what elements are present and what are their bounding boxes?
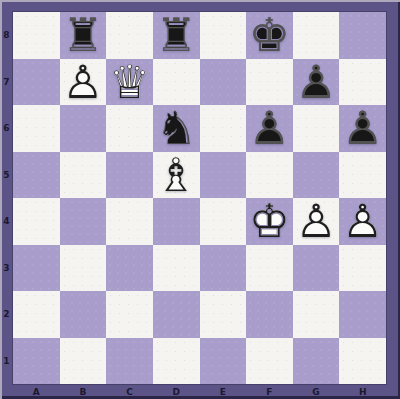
black-pawn[interactable]: ♟♙ bbox=[293, 59, 340, 106]
black-pawn[interactable]: ♟♙ bbox=[339, 105, 386, 152]
square-g1[interactable] bbox=[293, 338, 340, 385]
pawn-glyph-fill: ♟ bbox=[339, 198, 386, 245]
square-h7[interactable] bbox=[339, 59, 386, 106]
black-pawn[interactable]: ♟♙ bbox=[246, 105, 293, 152]
white-pawn[interactable]: ♟♙ bbox=[60, 59, 107, 106]
rank-label-5: 5 bbox=[0, 152, 13, 199]
square-c7[interactable]: ♛♕ bbox=[106, 59, 153, 106]
bishop-glyph-outline: ♗ bbox=[153, 152, 200, 199]
square-a7[interactable] bbox=[13, 59, 60, 106]
square-d2[interactable] bbox=[153, 291, 200, 338]
pawn-glyph-fill: ♟ bbox=[339, 105, 386, 152]
pawn-glyph-fill: ♟ bbox=[293, 59, 340, 106]
square-e5[interactable] bbox=[200, 152, 247, 199]
file-label-g: G bbox=[293, 384, 340, 399]
square-h5[interactable] bbox=[339, 152, 386, 199]
square-h8[interactable] bbox=[339, 12, 386, 59]
square-h4[interactable]: ♟♙ bbox=[339, 198, 386, 245]
square-h2[interactable] bbox=[339, 291, 386, 338]
square-b4[interactable] bbox=[60, 198, 107, 245]
pawn-glyph-outline: ♙ bbox=[339, 198, 386, 245]
square-e6[interactable] bbox=[200, 105, 247, 152]
rank-label-3: 3 bbox=[0, 245, 13, 292]
square-g8[interactable] bbox=[293, 12, 340, 59]
square-g7[interactable]: ♟♙ bbox=[293, 59, 340, 106]
king-glyph-fill: ♚ bbox=[246, 198, 293, 245]
file-label-b: B bbox=[60, 384, 107, 399]
file-label-e: E bbox=[200, 384, 247, 399]
rank-label-1: 1 bbox=[0, 338, 13, 385]
white-pawn[interactable]: ♟♙ bbox=[339, 198, 386, 245]
pawn-glyph-outline: ♙ bbox=[60, 59, 107, 106]
square-d1[interactable] bbox=[153, 338, 200, 385]
pawn-glyph-fill: ♟ bbox=[246, 105, 293, 152]
rook-glyph-fill: ♜ bbox=[153, 12, 200, 59]
black-king[interactable]: ♚♔ bbox=[246, 12, 293, 59]
queen-glyph-outline: ♕ bbox=[106, 59, 153, 106]
pawn-glyph-fill: ♟ bbox=[293, 198, 340, 245]
rank-label-7: 7 bbox=[0, 59, 13, 106]
chess-board: ♜♖♜♖♚♔♟♙♛♕♟♙♞♘♟♙♟♙♝♗♚♔♟♙♟♙ bbox=[13, 12, 386, 384]
black-rook[interactable]: ♜♖ bbox=[60, 12, 107, 59]
rook-glyph-fill: ♜ bbox=[60, 12, 107, 59]
square-e1[interactable] bbox=[200, 338, 247, 385]
square-h1[interactable] bbox=[339, 338, 386, 385]
square-a8[interactable] bbox=[13, 12, 60, 59]
square-e7[interactable] bbox=[200, 59, 247, 106]
square-b5[interactable] bbox=[60, 152, 107, 199]
square-b8[interactable]: ♜♖ bbox=[60, 12, 107, 59]
chess-board-frame: ♜♖♜♖♚♔♟♙♛♕♟♙♞♘♟♙♟♙♝♗♚♔♟♙♟♙ 87654321 ABCD… bbox=[0, 0, 400, 399]
square-c3[interactable] bbox=[106, 245, 153, 292]
square-c1[interactable] bbox=[106, 338, 153, 385]
square-g5[interactable] bbox=[293, 152, 340, 199]
file-label-c: C bbox=[106, 384, 153, 399]
square-f8[interactable]: ♚♔ bbox=[246, 12, 293, 59]
file-labels: ABCDEFGH bbox=[13, 384, 386, 399]
bishop-glyph-fill: ♝ bbox=[153, 152, 200, 199]
square-a3[interactable] bbox=[13, 245, 60, 292]
white-king[interactable]: ♚♔ bbox=[246, 198, 293, 245]
square-g4[interactable]: ♟♙ bbox=[293, 198, 340, 245]
rank-labels: 87654321 bbox=[0, 12, 13, 384]
file-label-h: H bbox=[339, 384, 386, 399]
square-c5[interactable] bbox=[106, 152, 153, 199]
pawn-glyph-outline: ♙ bbox=[246, 105, 293, 152]
square-c2[interactable] bbox=[106, 291, 153, 338]
square-c6[interactable] bbox=[106, 105, 153, 152]
square-b2[interactable] bbox=[60, 291, 107, 338]
pawn-glyph-outline: ♙ bbox=[293, 198, 340, 245]
square-f5[interactable] bbox=[246, 152, 293, 199]
square-c4[interactable] bbox=[106, 198, 153, 245]
square-b1[interactable] bbox=[60, 338, 107, 385]
king-glyph-outline: ♔ bbox=[246, 12, 293, 59]
square-f6[interactable]: ♟♙ bbox=[246, 105, 293, 152]
square-h6[interactable]: ♟♙ bbox=[339, 105, 386, 152]
rook-glyph-outline: ♖ bbox=[60, 12, 107, 59]
square-a2[interactable] bbox=[13, 291, 60, 338]
rank-label-6: 6 bbox=[0, 105, 13, 152]
white-queen[interactable]: ♛♕ bbox=[106, 59, 153, 106]
king-glyph-outline: ♔ bbox=[246, 198, 293, 245]
file-label-f: F bbox=[246, 384, 293, 399]
square-b3[interactable] bbox=[60, 245, 107, 292]
square-h3[interactable] bbox=[339, 245, 386, 292]
square-d5[interactable]: ♝♗ bbox=[153, 152, 200, 199]
pawn-glyph-fill: ♟ bbox=[60, 59, 107, 106]
pawn-glyph-outline: ♙ bbox=[339, 105, 386, 152]
file-label-a: A bbox=[13, 384, 60, 399]
knight-glyph-outline: ♘ bbox=[153, 105, 200, 152]
black-rook[interactable]: ♜♖ bbox=[153, 12, 200, 59]
black-knight[interactable]: ♞♘ bbox=[153, 105, 200, 152]
square-e2[interactable] bbox=[200, 291, 247, 338]
square-f2[interactable] bbox=[246, 291, 293, 338]
square-g6[interactable] bbox=[293, 105, 340, 152]
white-pawn[interactable]: ♟♙ bbox=[293, 198, 340, 245]
square-d6[interactable]: ♞♘ bbox=[153, 105, 200, 152]
square-a1[interactable] bbox=[13, 338, 60, 385]
queen-glyph-fill: ♛ bbox=[106, 59, 153, 106]
square-d8[interactable]: ♜♖ bbox=[153, 12, 200, 59]
square-c8[interactable] bbox=[106, 12, 153, 59]
square-f7[interactable] bbox=[246, 59, 293, 106]
square-d7[interactable] bbox=[153, 59, 200, 106]
square-b6[interactable] bbox=[60, 105, 107, 152]
rank-label-2: 2 bbox=[0, 291, 13, 338]
square-g2[interactable] bbox=[293, 291, 340, 338]
square-e4[interactable] bbox=[200, 198, 247, 245]
square-e3[interactable] bbox=[200, 245, 247, 292]
square-d4[interactable] bbox=[153, 198, 200, 245]
square-b7[interactable]: ♟♙ bbox=[60, 59, 107, 106]
square-e8[interactable] bbox=[200, 12, 247, 59]
square-d3[interactable] bbox=[153, 245, 200, 292]
king-glyph-fill: ♚ bbox=[246, 12, 293, 59]
knight-glyph-fill: ♞ bbox=[153, 105, 200, 152]
file-label-d: D bbox=[153, 384, 200, 399]
square-f4[interactable]: ♚♔ bbox=[246, 198, 293, 245]
square-f1[interactable] bbox=[246, 338, 293, 385]
square-a4[interactable] bbox=[13, 198, 60, 245]
square-g3[interactable] bbox=[293, 245, 340, 292]
square-f3[interactable] bbox=[246, 245, 293, 292]
square-a5[interactable] bbox=[13, 152, 60, 199]
rank-label-4: 4 bbox=[0, 198, 13, 245]
pawn-glyph-outline: ♙ bbox=[293, 59, 340, 106]
rook-glyph-outline: ♖ bbox=[153, 12, 200, 59]
white-bishop[interactable]: ♝♗ bbox=[153, 152, 200, 199]
square-a6[interactable] bbox=[13, 105, 60, 152]
rank-label-8: 8 bbox=[0, 12, 13, 59]
